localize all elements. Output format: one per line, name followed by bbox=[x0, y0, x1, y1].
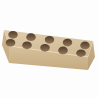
pit-front-4[interactable] bbox=[58, 47, 68, 55]
pit-back-1[interactable] bbox=[8, 31, 17, 39]
mancala-board-svg bbox=[0, 0, 98, 98]
pit-front-5[interactable] bbox=[76, 50, 86, 57]
pit-front-3[interactable] bbox=[40, 44, 50, 52]
pit-front-1[interactable] bbox=[6, 39, 16, 47]
pit-front-2[interactable] bbox=[22, 41, 32, 49]
pit-back-2[interactable] bbox=[26, 33, 35, 41]
pit-back-4[interactable] bbox=[63, 39, 72, 47]
pit-back-5[interactable] bbox=[80, 42, 89, 50]
pit-back-3[interactable] bbox=[45, 36, 54, 44]
board-photo bbox=[0, 0, 98, 98]
